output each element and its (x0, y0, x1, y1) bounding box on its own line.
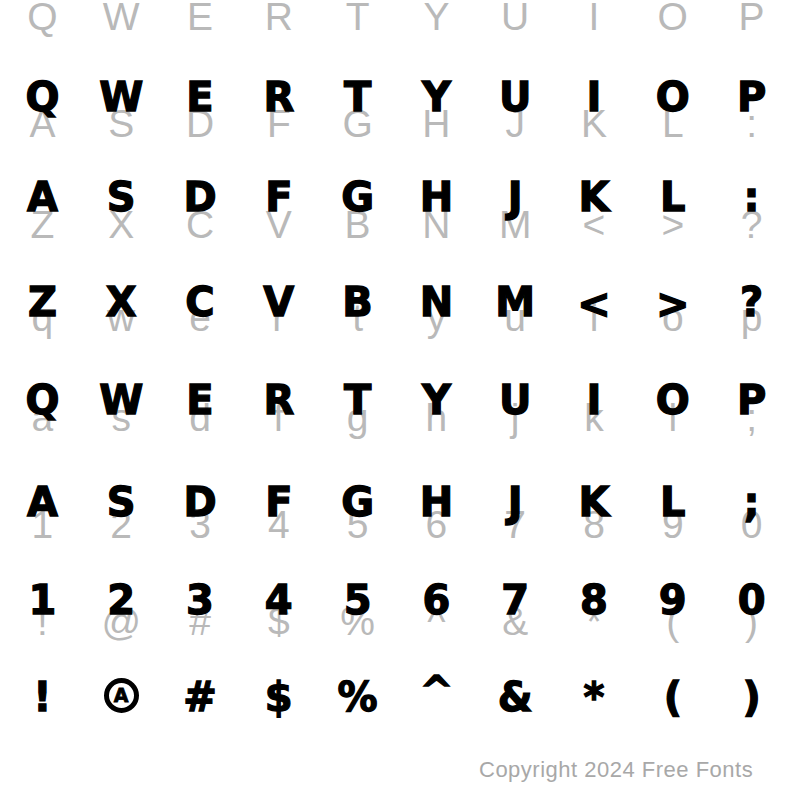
glyph-cell: K (555, 482, 634, 522)
glyph-cell: E (161, 0, 240, 36)
glyph-cell: X (82, 282, 161, 324)
glyph-cell: O (633, 0, 712, 36)
glyph-cell: W (82, 77, 161, 117)
glyph-cell: # (161, 677, 240, 717)
glyph-cell: R (239, 380, 318, 420)
glyph-cell: J (476, 177, 555, 217)
glyph-cell: 2 (82, 580, 161, 620)
glyph-cell: ! (3, 677, 82, 717)
glyph-cell: S (82, 177, 161, 217)
glyph-cell: A (3, 482, 82, 522)
glyph-cell: R (239, 0, 318, 36)
glyph-cell: P (712, 0, 791, 36)
glyph-cell: > (633, 284, 712, 324)
glyph-cell: L (633, 177, 712, 217)
black-glyph-row-13: !A#$%^&*() (3, 677, 791, 717)
glyph-cell: W (82, 380, 161, 420)
glyph-cell: Q (3, 0, 82, 36)
glyph-cell: 4 (239, 580, 318, 620)
glyph-cell: 5 (318, 580, 397, 620)
glyph-cell: H (397, 482, 476, 522)
glyph-cell: L (633, 482, 712, 522)
glyph-cell: P (712, 77, 791, 117)
glyph-cell: V (239, 282, 318, 324)
glyph-cell: & (476, 677, 555, 717)
glyph-cell: ; (712, 482, 791, 522)
glyph-cell: K (555, 177, 634, 217)
black-glyph-row-10: QWERTYUIOP (3, 380, 791, 420)
glyph-cell: < (555, 284, 634, 324)
font-specimen-grid: QWERTYUIOPASDFGHJKL:ZXCVBNM<>?qwertyuiop… (0, 0, 800, 800)
glyph-cell: 0 (712, 580, 791, 620)
glyph-cell: T (318, 380, 397, 420)
gray-glyph-row-0: QWERTYUIOP (3, 0, 791, 36)
glyph-cell: O (633, 77, 712, 117)
glyph-cell: 3 (161, 580, 240, 620)
glyph-cell: ) (712, 677, 791, 717)
glyph-cell: P (712, 380, 791, 420)
glyph-cell: E (161, 380, 240, 420)
glyph-cell: I (555, 77, 634, 117)
glyph-cell: C (161, 282, 240, 324)
glyph-cell: A (82, 677, 161, 717)
glyph-cell: B (318, 282, 397, 324)
glyph-cell: U (476, 77, 555, 117)
glyph-cell: Z (3, 282, 82, 324)
glyph-cell: * (555, 677, 634, 717)
black-glyph-row-8: ASDFGHJKL: (3, 177, 791, 217)
copyright-text: Copyright 2024 Free Fonts (479, 757, 753, 783)
glyph-cell: G (318, 482, 397, 522)
glyph-cell: Q (3, 77, 82, 117)
glyph-cell: H (397, 177, 476, 217)
glyph-cell: F (239, 482, 318, 522)
glyph-cell: 1 (3, 580, 82, 620)
glyph-cell: Y (397, 0, 476, 36)
glyph-cell: ( (633, 677, 712, 717)
glyph-cell: ? (712, 282, 791, 324)
glyph-cell: : (712, 177, 791, 217)
glyph-cell: T (318, 0, 397, 36)
glyph-cell: Q (3, 380, 82, 420)
glyph-cell: N (397, 282, 476, 324)
glyph-cell: A (3, 177, 82, 217)
glyph-cell: D (161, 177, 240, 217)
glyph-cell: Y (397, 380, 476, 420)
glyph-cell: 6 (397, 580, 476, 620)
glyph-cell: M (476, 282, 555, 324)
glyph-cell: G (318, 177, 397, 217)
glyph-cell: % (318, 677, 397, 717)
black-glyph-row-12: 1234567890 (3, 580, 791, 620)
glyph-cell: S (82, 482, 161, 522)
circled-a-glyph: A (104, 678, 139, 713)
glyph-cell: F (239, 177, 318, 217)
glyph-cell: R (239, 77, 318, 117)
glyph-cell: D (161, 482, 240, 522)
glyph-cell: 8 (555, 580, 634, 620)
black-glyph-row-11: ASDFGHJKL; (3, 482, 791, 522)
glyph-cell: O (633, 380, 712, 420)
glyph-cell: $ (239, 677, 318, 717)
glyph-cell: U (476, 0, 555, 36)
black-glyph-row-7: QWERTYUIOP (3, 77, 791, 117)
glyph-cell: T (318, 77, 397, 117)
glyph-cell: E (161, 77, 240, 117)
glyph-cell: 7 (476, 580, 555, 620)
glyph-cell: Y (397, 77, 476, 117)
glyph-cell: J (476, 482, 555, 522)
glyph-cell: I (555, 0, 634, 36)
glyph-cell: 9 (633, 580, 712, 620)
glyph-cell: I (555, 380, 634, 420)
glyph-cell: U (476, 380, 555, 420)
glyph-cell: ^ (397, 671, 476, 717)
black-glyph-row-9: ZXCVBNM<>? (3, 282, 791, 324)
glyph-cell: W (82, 0, 161, 36)
